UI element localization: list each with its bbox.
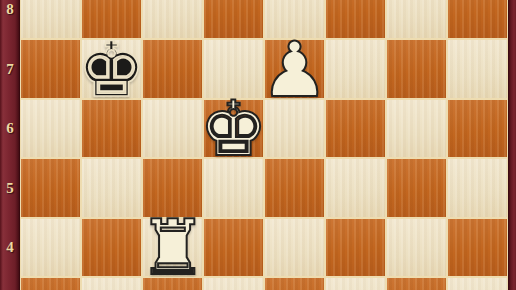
square-d3[interactable] xyxy=(203,277,264,290)
white-pawn-piece[interactable]: ♟ xyxy=(265,41,324,99)
square-e6[interactable] xyxy=(264,99,325,159)
rank-label-5: 5 xyxy=(0,179,20,197)
square-f7[interactable] xyxy=(325,39,386,99)
rank-label-8: 8 xyxy=(0,0,20,18)
square-f8[interactable] xyxy=(325,0,386,39)
square-c7[interactable] xyxy=(142,39,203,99)
square-g5[interactable] xyxy=(386,158,447,218)
square-b5[interactable] xyxy=(81,158,142,218)
rank-label-4: 4 xyxy=(0,238,20,256)
square-f6[interactable] xyxy=(325,99,386,159)
square-h5[interactable] xyxy=(447,158,508,218)
square-g7[interactable] xyxy=(386,39,447,99)
chess-board-screen: ♚♟♚♜ 87654 xyxy=(0,0,516,290)
square-d4[interactable] xyxy=(203,218,264,278)
square-a3[interactable] xyxy=(20,277,81,290)
square-e7[interactable]: ♟ xyxy=(264,39,325,99)
left-rank-strip: 87654 xyxy=(0,0,20,290)
square-b6[interactable] xyxy=(81,99,142,159)
square-e4[interactable] xyxy=(264,218,325,278)
square-g6[interactable] xyxy=(386,99,447,159)
square-e5[interactable] xyxy=(264,158,325,218)
square-c6[interactable] xyxy=(142,99,203,159)
square-h7[interactable] xyxy=(447,39,508,99)
black-king-piece[interactable]: ♚ xyxy=(82,41,141,99)
square-d8[interactable] xyxy=(203,0,264,39)
square-h3[interactable] xyxy=(447,277,508,290)
square-f5[interactable] xyxy=(325,158,386,218)
square-g8[interactable] xyxy=(386,0,447,39)
square-c8[interactable] xyxy=(142,0,203,39)
square-b7[interactable]: ♚ xyxy=(81,39,142,99)
square-g3[interactable] xyxy=(386,277,447,290)
square-h4[interactable] xyxy=(447,218,508,278)
square-b3[interactable] xyxy=(81,277,142,290)
square-a5[interactable] xyxy=(20,158,81,218)
square-h6[interactable] xyxy=(447,99,508,159)
square-c4[interactable]: ♜ xyxy=(142,218,203,278)
square-a7[interactable] xyxy=(20,39,81,99)
rank-label-6: 6 xyxy=(0,119,20,137)
square-e3[interactable] xyxy=(264,277,325,290)
right-edge-strip xyxy=(508,0,516,290)
chess-board: ♚♟♚♜ xyxy=(20,0,508,290)
square-h8[interactable] xyxy=(447,0,508,39)
square-a8[interactable] xyxy=(20,0,81,39)
square-c3[interactable] xyxy=(142,277,203,290)
square-d5[interactable] xyxy=(203,158,264,218)
white-rook-piece[interactable]: ♜ xyxy=(143,220,202,278)
square-a6[interactable] xyxy=(20,99,81,159)
white-king-piece[interactable]: ♚ xyxy=(204,101,263,159)
square-d6[interactable]: ♚ xyxy=(203,99,264,159)
square-b4[interactable] xyxy=(81,218,142,278)
square-g4[interactable] xyxy=(386,218,447,278)
square-f3[interactable] xyxy=(325,277,386,290)
square-a4[interactable] xyxy=(20,218,81,278)
rank-label-7: 7 xyxy=(0,60,20,78)
square-f4[interactable] xyxy=(325,218,386,278)
